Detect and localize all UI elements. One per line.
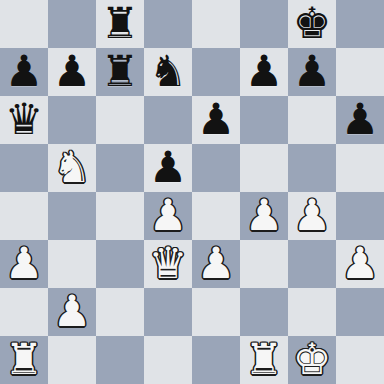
piece-black-pawn-g7[interactable]: ♟ bbox=[293, 47, 332, 95]
square-g4[interactable]: ♟ bbox=[288, 192, 336, 240]
square-g1[interactable]: ♚ bbox=[288, 336, 336, 384]
piece-black-knight-d7[interactable]: ♞ bbox=[149, 47, 188, 95]
piece-black-pawn-d5[interactable]: ♟ bbox=[149, 143, 188, 191]
square-b8[interactable] bbox=[48, 0, 96, 48]
square-h8[interactable] bbox=[336, 0, 384, 48]
square-f8[interactable] bbox=[240, 0, 288, 48]
square-h6[interactable]: ♟ bbox=[336, 96, 384, 144]
piece-white-pawn-f4[interactable]: ♟ bbox=[245, 191, 284, 239]
square-a6[interactable]: ♛ bbox=[0, 96, 48, 144]
square-d4[interactable]: ♟ bbox=[144, 192, 192, 240]
piece-white-king-g1[interactable]: ♚ bbox=[293, 335, 332, 383]
square-g8[interactable]: ♚ bbox=[288, 0, 336, 48]
piece-white-rook-f1[interactable]: ♜ bbox=[245, 335, 284, 383]
piece-white-pawn-a3[interactable]: ♟ bbox=[5, 239, 44, 287]
piece-white-pawn-h3[interactable]: ♟ bbox=[341, 239, 380, 287]
square-f6[interactable] bbox=[240, 96, 288, 144]
square-h1[interactable] bbox=[336, 336, 384, 384]
piece-black-rook-c8[interactable]: ♜ bbox=[101, 0, 140, 47]
piece-black-pawn-a7[interactable]: ♟ bbox=[5, 47, 44, 95]
piece-black-pawn-f7[interactable]: ♟ bbox=[245, 47, 284, 95]
square-b5[interactable]: ♞ bbox=[48, 144, 96, 192]
square-e7[interactable] bbox=[192, 48, 240, 96]
piece-black-queen-a6[interactable]: ♛ bbox=[5, 95, 44, 143]
piece-black-pawn-b7[interactable]: ♟ bbox=[53, 47, 92, 95]
square-c6[interactable] bbox=[96, 96, 144, 144]
square-c2[interactable] bbox=[96, 288, 144, 336]
square-a1[interactable]: ♜ bbox=[0, 336, 48, 384]
square-f1[interactable]: ♜ bbox=[240, 336, 288, 384]
square-f3[interactable] bbox=[240, 240, 288, 288]
square-g2[interactable] bbox=[288, 288, 336, 336]
square-a2[interactable] bbox=[0, 288, 48, 336]
square-g7[interactable]: ♟ bbox=[288, 48, 336, 96]
square-f5[interactable] bbox=[240, 144, 288, 192]
square-c5[interactable] bbox=[96, 144, 144, 192]
square-e8[interactable] bbox=[192, 0, 240, 48]
square-e5[interactable] bbox=[192, 144, 240, 192]
square-a8[interactable] bbox=[0, 0, 48, 48]
piece-black-pawn-h6[interactable]: ♟ bbox=[341, 95, 380, 143]
square-f2[interactable] bbox=[240, 288, 288, 336]
square-d7[interactable]: ♞ bbox=[144, 48, 192, 96]
square-e1[interactable] bbox=[192, 336, 240, 384]
square-c3[interactable] bbox=[96, 240, 144, 288]
square-a3[interactable]: ♟ bbox=[0, 240, 48, 288]
square-g3[interactable] bbox=[288, 240, 336, 288]
square-b4[interactable] bbox=[48, 192, 96, 240]
square-d5[interactable]: ♟ bbox=[144, 144, 192, 192]
square-b7[interactable]: ♟ bbox=[48, 48, 96, 96]
piece-white-rook-a1[interactable]: ♜ bbox=[5, 335, 44, 383]
square-d3[interactable]: ♛ bbox=[144, 240, 192, 288]
piece-black-king-g8[interactable]: ♚ bbox=[293, 0, 332, 47]
piece-white-queen-d3[interactable]: ♛ bbox=[149, 239, 188, 287]
square-d1[interactable] bbox=[144, 336, 192, 384]
square-h5[interactable] bbox=[336, 144, 384, 192]
square-h2[interactable] bbox=[336, 288, 384, 336]
square-e6[interactable]: ♟ bbox=[192, 96, 240, 144]
square-c1[interactable] bbox=[96, 336, 144, 384]
square-e3[interactable]: ♟ bbox=[192, 240, 240, 288]
square-g5[interactable] bbox=[288, 144, 336, 192]
square-b6[interactable] bbox=[48, 96, 96, 144]
square-c7[interactable]: ♜ bbox=[96, 48, 144, 96]
square-c4[interactable] bbox=[96, 192, 144, 240]
square-b1[interactable] bbox=[48, 336, 96, 384]
piece-white-pawn-e3[interactable]: ♟ bbox=[197, 239, 236, 287]
square-d2[interactable] bbox=[144, 288, 192, 336]
square-e2[interactable] bbox=[192, 288, 240, 336]
square-g6[interactable] bbox=[288, 96, 336, 144]
square-a5[interactable] bbox=[0, 144, 48, 192]
chess-board: ♜♚♟♟♜♞♟♟♛♟♟♞♟♟♟♟♟♛♟♟♟♜♜♚ bbox=[0, 0, 384, 384]
square-h3[interactable]: ♟ bbox=[336, 240, 384, 288]
square-c8[interactable]: ♜ bbox=[96, 0, 144, 48]
square-e4[interactable] bbox=[192, 192, 240, 240]
square-b3[interactable] bbox=[48, 240, 96, 288]
square-f4[interactable]: ♟ bbox=[240, 192, 288, 240]
piece-white-pawn-g4[interactable]: ♟ bbox=[293, 191, 332, 239]
square-a4[interactable] bbox=[0, 192, 48, 240]
square-h4[interactable] bbox=[336, 192, 384, 240]
square-d6[interactable] bbox=[144, 96, 192, 144]
square-h7[interactable] bbox=[336, 48, 384, 96]
piece-black-pawn-e6[interactable]: ♟ bbox=[197, 95, 236, 143]
square-f7[interactable]: ♟ bbox=[240, 48, 288, 96]
piece-white-pawn-d4[interactable]: ♟ bbox=[149, 191, 188, 239]
square-a7[interactable]: ♟ bbox=[0, 48, 48, 96]
piece-white-knight-b5[interactable]: ♞ bbox=[53, 143, 92, 191]
piece-white-pawn-b2[interactable]: ♟ bbox=[53, 287, 92, 335]
square-b2[interactable]: ♟ bbox=[48, 288, 96, 336]
piece-black-rook-c7[interactable]: ♜ bbox=[101, 47, 140, 95]
square-d8[interactable] bbox=[144, 0, 192, 48]
